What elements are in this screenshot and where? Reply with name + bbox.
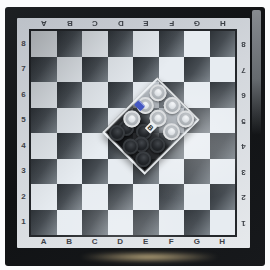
file-label-bottom-b: B	[57, 236, 83, 248]
square-d8[interactable]	[108, 31, 134, 57]
file-label-top-a: A	[31, 18, 57, 29]
rank-label-left-5: 5	[17, 108, 30, 134]
square-d3[interactable]	[108, 159, 134, 185]
square-a2[interactable]	[31, 184, 57, 210]
square-c2[interactable]	[82, 184, 108, 210]
square-b1[interactable]	[57, 210, 83, 236]
square-g6[interactable]	[184, 82, 210, 108]
square-d2[interactable]	[108, 184, 134, 210]
square-a5[interactable]	[31, 108, 57, 134]
file-label-top-g: G	[184, 18, 210, 29]
square-g8[interactable]	[184, 31, 210, 57]
file-label-bottom-e: E	[133, 236, 159, 248]
square-f2[interactable]	[159, 184, 185, 210]
square-c8[interactable]	[82, 31, 108, 57]
square-e8[interactable]	[133, 31, 159, 57]
rank-label-left-8: 8	[17, 31, 30, 57]
square-a8[interactable]	[31, 31, 57, 57]
square-h8[interactable]	[210, 31, 236, 57]
file-label-top-b: B	[57, 18, 83, 29]
file-label-top-f: F	[159, 18, 185, 29]
square-e1[interactable]	[133, 210, 159, 236]
square-g1[interactable]	[184, 210, 210, 236]
square-a7[interactable]	[31, 57, 57, 83]
file-label-bottom-d: D	[108, 236, 134, 248]
file-label-bottom-a: A	[31, 236, 57, 248]
square-a6[interactable]	[31, 82, 57, 108]
rank-label-right-1: 1	[237, 210, 250, 236]
square-a3[interactable]	[31, 159, 57, 185]
square-f1[interactable]	[159, 210, 185, 236]
square-h5[interactable]	[210, 108, 236, 134]
rank-label-right-7: 7	[237, 57, 250, 83]
square-h2[interactable]	[210, 184, 236, 210]
file-label-top-h: H	[210, 18, 236, 29]
square-d7[interactable]	[108, 57, 134, 83]
square-b6[interactable]	[57, 82, 83, 108]
rank-label-left-7: 7	[17, 57, 30, 83]
file-label-bottom-c: C	[82, 236, 108, 248]
square-b2[interactable]	[57, 184, 83, 210]
rank-labels-right: 87654321	[237, 31, 250, 235]
square-b8[interactable]	[57, 31, 83, 57]
file-label-top-d: D	[108, 18, 134, 29]
square-g2[interactable]	[184, 184, 210, 210]
square-c3[interactable]	[82, 159, 108, 185]
square-a1[interactable]	[31, 210, 57, 236]
square-b3[interactable]	[57, 159, 83, 185]
file-label-bottom-g: G	[184, 236, 210, 248]
rank-label-right-3: 3	[237, 159, 250, 185]
square-g3[interactable]	[184, 159, 210, 185]
square-b7[interactable]	[57, 57, 83, 83]
rank-label-right-8: 8	[237, 31, 250, 57]
square-f7[interactable]	[159, 57, 185, 83]
square-b4[interactable]	[57, 133, 83, 159]
square-c7[interactable]	[82, 57, 108, 83]
square-g7[interactable]	[184, 57, 210, 83]
file-label-top-e: E	[133, 18, 159, 29]
rank-label-left-1: 1	[17, 210, 30, 236]
rank-label-right-5: 5	[237, 108, 250, 134]
square-h4[interactable]	[210, 133, 236, 159]
square-h1[interactable]	[210, 210, 236, 236]
square-h3[interactable]	[210, 159, 236, 185]
square-h7[interactable]	[210, 57, 236, 83]
square-f8[interactable]	[159, 31, 185, 57]
square-a4[interactable]	[31, 133, 57, 159]
rank-labels-left: 87654321	[17, 31, 30, 235]
table-reflection	[55, 250, 243, 264]
rank-label-right-4: 4	[237, 133, 250, 159]
square-f3[interactable]	[159, 159, 185, 185]
square-c1[interactable]	[82, 210, 108, 236]
square-d1[interactable]	[108, 210, 134, 236]
file-labels-bottom: ABCDEFGH	[31, 236, 235, 248]
square-e2[interactable]	[133, 184, 159, 210]
frame-edge-highlight	[252, 10, 261, 135]
square-c4[interactable]	[82, 133, 108, 159]
file-label-top-c: C	[82, 18, 108, 29]
board-photo: 87654321 87654321 ABCDEFGH ABCDEFGH B	[0, 0, 270, 270]
file-label-bottom-f: F	[159, 236, 185, 248]
square-b5[interactable]	[57, 108, 83, 134]
square-g4[interactable]	[184, 133, 210, 159]
rank-label-left-3: 3	[17, 159, 30, 185]
rank-label-right-2: 2	[237, 184, 250, 210]
file-label-bottom-h: H	[210, 236, 236, 248]
rank-label-left-4: 4	[17, 133, 30, 159]
file-labels-top: ABCDEFGH	[31, 18, 235, 29]
rank-label-left-6: 6	[17, 82, 30, 108]
rank-label-left-2: 2	[17, 184, 30, 210]
square-h6[interactable]	[210, 82, 236, 108]
rank-label-right-6: 6	[237, 82, 250, 108]
square-c6[interactable]	[82, 82, 108, 108]
